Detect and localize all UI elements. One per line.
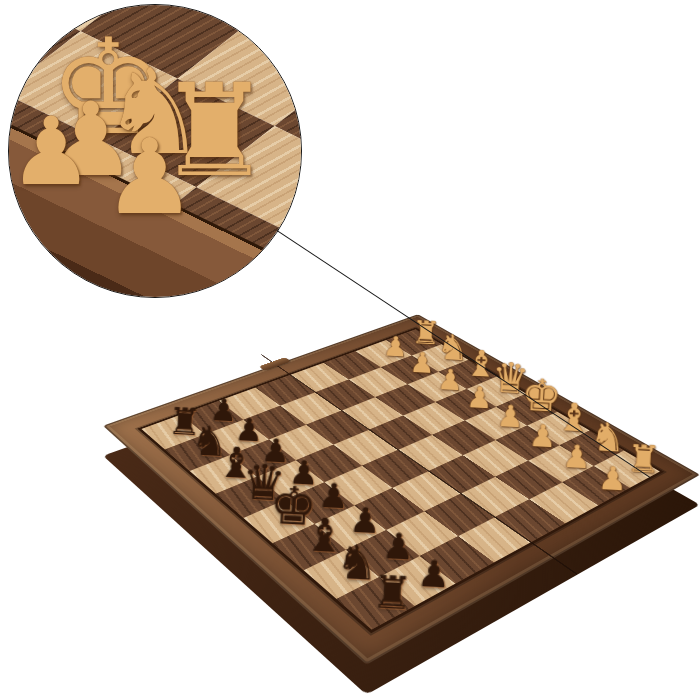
inset-white-pawn: ♟ bbox=[9, 105, 93, 199]
product-photo: ♜♟♟♜♞♟♟♞♝♟♟♝♛♟♟♛♚♟♟♚♝♟♟♝♞♟♟♞♜♟♟♜ ♚♞♜♟♟♟ bbox=[0, 0, 700, 700]
white-pawn: ♟ bbox=[588, 461, 638, 496]
board-grid: ♜♟♟♜♞♟♟♞♝♟♟♝♛♟♟♛♚♟♟♚♝♟♟♝♞♟♟♞♜♟♟♜ bbox=[142, 329, 660, 629]
black-rook: ♜ bbox=[363, 569, 422, 617]
hinge bbox=[259, 357, 292, 371]
magnifier-inset: ♚♞♜♟♟♟ bbox=[8, 4, 302, 298]
square-e5 bbox=[362, 450, 428, 488]
inset-white-pawn: ♟ bbox=[103, 125, 196, 229]
chess-board: ♜♟♟♜♞♟♟♞♝♟♟♝♛♟♟♛♚♟♟♚♝♟♟♝♞♟♟♞♜♟♟♜ bbox=[103, 314, 700, 665]
